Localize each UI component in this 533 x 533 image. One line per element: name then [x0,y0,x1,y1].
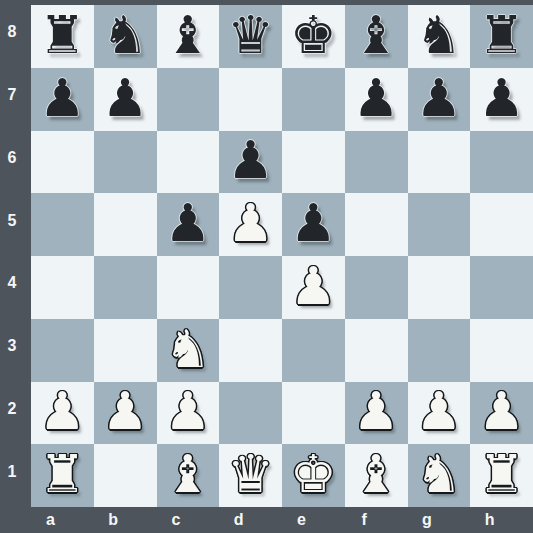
square-a4[interactable] [31,256,94,319]
square-e2[interactable] [282,382,345,445]
piece-black-pawn[interactable]: ♟ [157,193,220,256]
square-d1[interactable]: ♛ [219,444,282,507]
square-f1[interactable]: ♝ [345,444,408,507]
square-f6[interactable] [345,131,408,194]
square-c2[interactable]: ♟ [157,382,220,445]
file-label-d: d [207,507,270,533]
rank-label-6: 6 [0,127,24,190]
square-g5[interactable] [408,193,471,256]
chess-board-frame: 87654321 ♜♞♝♛♚♝♞♜♟♟♟♟♟♟♟♟♟♟♞♟♟♟♟♟♟♜♝♛♚♝♞… [0,0,533,533]
square-e5[interactable]: ♟ [282,193,345,256]
square-d6[interactable]: ♟ [219,131,282,194]
square-c1[interactable]: ♝ [157,444,220,507]
piece-white-king[interactable]: ♚ [282,444,345,507]
square-d5[interactable]: ♟ [219,193,282,256]
piece-black-knight[interactable]: ♞ [408,5,471,68]
piece-black-pawn[interactable]: ♟ [345,68,408,131]
square-h7[interactable]: ♟ [470,68,533,131]
square-c7[interactable] [157,68,220,131]
square-h1[interactable]: ♜ [470,444,533,507]
square-e3[interactable] [282,319,345,382]
square-c6[interactable] [157,131,220,194]
piece-white-pawn[interactable]: ♟ [94,382,157,445]
piece-white-rook[interactable]: ♜ [470,444,533,507]
square-g8[interactable]: ♞ [408,5,471,68]
piece-white-bishop[interactable]: ♝ [345,444,408,507]
piece-black-bishop[interactable]: ♝ [345,5,408,68]
square-b1[interactable] [94,444,157,507]
rank-label-5: 5 [0,189,24,252]
square-e1[interactable]: ♚ [282,444,345,507]
square-b2[interactable]: ♟ [94,382,157,445]
piece-white-pawn[interactable]: ♟ [31,382,94,445]
square-g4[interactable] [408,256,471,319]
square-d2[interactable] [219,382,282,445]
file-labels: abcdefgh [19,507,521,533]
file-label-b: b [82,507,145,533]
file-label-e: e [270,507,333,533]
square-f7[interactable]: ♟ [345,68,408,131]
square-e6[interactable] [282,131,345,194]
piece-black-king[interactable]: ♚ [282,5,345,68]
square-h6[interactable] [470,131,533,194]
square-h2[interactable]: ♟ [470,382,533,445]
piece-white-pawn[interactable]: ♟ [408,382,471,445]
piece-white-rook[interactable]: ♜ [31,444,94,507]
square-h3[interactable] [470,319,533,382]
square-b7[interactable]: ♟ [94,68,157,131]
piece-white-pawn[interactable]: ♟ [157,382,220,445]
piece-black-bishop[interactable]: ♝ [157,5,220,68]
piece-white-knight[interactable]: ♞ [157,319,220,382]
square-c8[interactable]: ♝ [157,5,220,68]
rank-label-8: 8 [0,1,24,64]
rank-label-2: 2 [0,378,24,441]
piece-black-knight[interactable]: ♞ [94,5,157,68]
piece-white-bishop[interactable]: ♝ [157,444,220,507]
square-b8[interactable]: ♞ [94,5,157,68]
square-c5[interactable]: ♟ [157,193,220,256]
rank-label-4: 4 [0,252,24,315]
square-b6[interactable] [94,131,157,194]
piece-black-pawn[interactable]: ♟ [282,193,345,256]
piece-black-pawn[interactable]: ♟ [31,68,94,131]
piece-black-rook[interactable]: ♜ [470,5,533,68]
piece-white-pawn[interactable]: ♟ [470,382,533,445]
square-f5[interactable] [345,193,408,256]
square-f2[interactable]: ♟ [345,382,408,445]
square-a6[interactable] [31,131,94,194]
chess-board: ♜♞♝♛♚♝♞♜♟♟♟♟♟♟♟♟♟♟♞♟♟♟♟♟♟♜♝♛♚♝♞♜ [31,5,533,507]
piece-black-pawn[interactable]: ♟ [408,68,471,131]
square-b3[interactable] [94,319,157,382]
square-b4[interactable] [94,256,157,319]
square-h8[interactable]: ♜ [470,5,533,68]
square-f4[interactable] [345,256,408,319]
square-a3[interactable] [31,319,94,382]
file-label-c: c [145,507,208,533]
piece-white-knight[interactable]: ♞ [408,444,471,507]
square-g3[interactable] [408,319,471,382]
piece-black-pawn[interactable]: ♟ [219,131,282,194]
piece-white-pawn[interactable]: ♟ [282,256,345,319]
square-g7[interactable]: ♟ [408,68,471,131]
square-d4[interactable] [219,256,282,319]
square-d3[interactable] [219,319,282,382]
piece-white-pawn[interactable]: ♟ [345,382,408,445]
square-h5[interactable] [470,193,533,256]
square-e4[interactable]: ♟ [282,256,345,319]
piece-black-pawn[interactable]: ♟ [94,68,157,131]
square-h4[interactable] [470,256,533,319]
piece-black-pawn[interactable]: ♟ [470,68,533,131]
square-g1[interactable]: ♞ [408,444,471,507]
square-d7[interactable] [219,68,282,131]
rank-labels: 87654321 [0,5,31,507]
square-a7[interactable]: ♟ [31,68,94,131]
square-d8[interactable]: ♛ [219,5,282,68]
rank-label-3: 3 [0,315,24,378]
square-b5[interactable] [94,193,157,256]
square-a2[interactable]: ♟ [31,382,94,445]
square-f8[interactable]: ♝ [345,5,408,68]
piece-black-rook[interactable]: ♜ [31,5,94,68]
square-e7[interactable] [282,68,345,131]
rank-label-1: 1 [0,440,24,503]
square-a1[interactable]: ♜ [31,444,94,507]
file-label-a: a [19,507,82,533]
square-g2[interactable]: ♟ [408,382,471,445]
square-c3[interactable]: ♞ [157,319,220,382]
square-c4[interactable] [157,256,220,319]
file-label-h: h [458,507,521,533]
file-label-f: f [333,507,396,533]
piece-white-queen[interactable]: ♛ [219,444,282,507]
square-f3[interactable] [345,319,408,382]
square-g6[interactable] [408,131,471,194]
square-e8[interactable]: ♚ [282,5,345,68]
rank-label-7: 7 [0,64,24,127]
piece-black-queen[interactable]: ♛ [219,5,282,68]
square-a5[interactable] [31,193,94,256]
file-label-g: g [396,507,459,533]
piece-white-pawn[interactable]: ♟ [219,193,282,256]
square-a8[interactable]: ♜ [31,5,94,68]
